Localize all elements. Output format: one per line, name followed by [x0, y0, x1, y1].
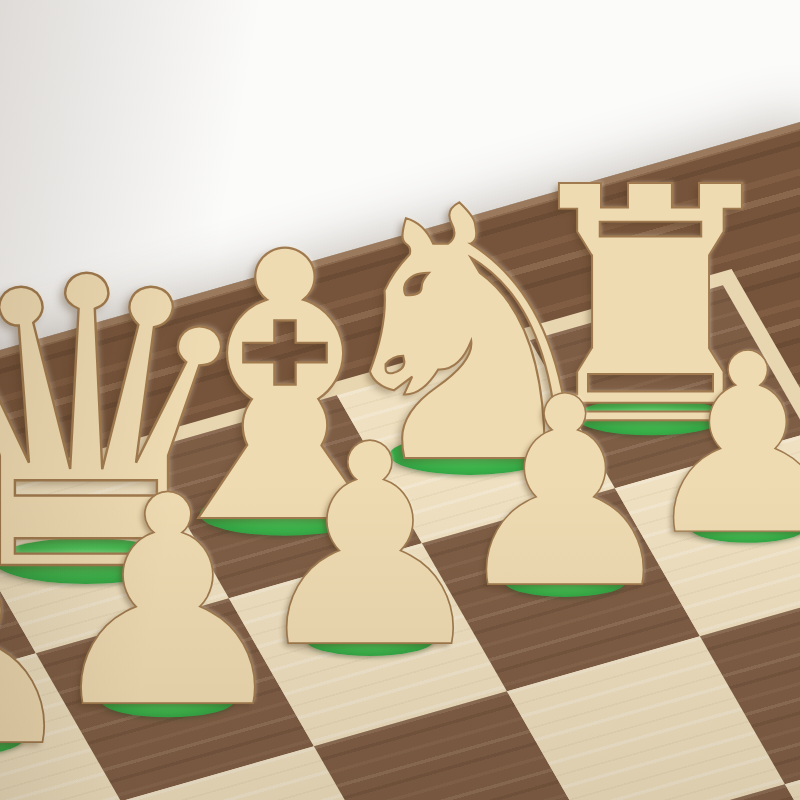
photo-stage: ♛ ♝ ♞ ♜ ♟ ♟ ♟ [0, 0, 800, 800]
white-pawn-e2[interactable]: ♟ [0, 490, 104, 788]
white-pawn-glyph: ♟ [0, 490, 104, 788]
pieces-layer: ♛ ♝ ♞ ♜ ♟ ♟ ♟ [0, 0, 800, 800]
